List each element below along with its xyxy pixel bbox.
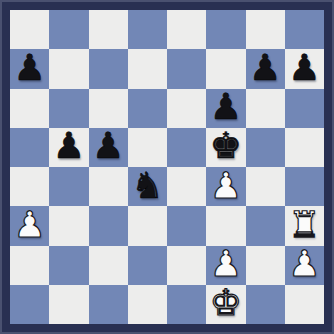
square-b1[interactable] — [49, 285, 88, 324]
square-f4[interactable]: ♟ — [206, 167, 245, 206]
square-b2[interactable] — [49, 246, 88, 285]
white-rook-h3[interactable]: ♜ — [288, 207, 320, 243]
white-pawn-h2[interactable]: ♟ — [288, 246, 320, 282]
square-e2[interactable] — [167, 246, 206, 285]
square-h8[interactable] — [285, 10, 324, 49]
square-f2[interactable]: ♟ — [206, 246, 245, 285]
square-h1[interactable] — [285, 285, 324, 324]
square-b7[interactable] — [49, 49, 88, 88]
square-f8[interactable] — [206, 10, 245, 49]
square-f6[interactable]: ♟ — [206, 89, 245, 128]
square-e8[interactable] — [167, 10, 206, 49]
square-f5[interactable]: ♚ — [206, 128, 245, 167]
square-c7[interactable] — [89, 49, 128, 88]
square-a4[interactable] — [10, 167, 49, 206]
square-a6[interactable] — [10, 89, 49, 128]
square-g6[interactable] — [246, 89, 285, 128]
square-c4[interactable] — [89, 167, 128, 206]
square-a7[interactable]: ♟ — [10, 49, 49, 88]
square-g5[interactable] — [246, 128, 285, 167]
square-d8[interactable] — [128, 10, 167, 49]
black-pawn-h7[interactable]: ♟ — [288, 50, 320, 86]
square-b6[interactable] — [49, 89, 88, 128]
square-d3[interactable] — [128, 206, 167, 245]
square-e3[interactable] — [167, 206, 206, 245]
square-f3[interactable] — [206, 206, 245, 245]
black-pawn-g7[interactable]: ♟ — [249, 50, 281, 86]
white-pawn-a3[interactable]: ♟ — [13, 207, 45, 243]
square-f1[interactable]: ♚ — [206, 285, 245, 324]
square-h3[interactable]: ♜ — [285, 206, 324, 245]
square-h4[interactable] — [285, 167, 324, 206]
square-h7[interactable]: ♟ — [285, 49, 324, 88]
square-e4[interactable] — [167, 167, 206, 206]
board-frame: ♟♟♟♟♟♟♚♞♟♟♜♟♟♚ — [0, 0, 334, 334]
square-d4[interactable]: ♞ — [128, 167, 167, 206]
square-b4[interactable] — [49, 167, 88, 206]
white-pawn-f2[interactable]: ♟ — [210, 246, 242, 282]
square-f7[interactable] — [206, 49, 245, 88]
square-g3[interactable] — [246, 206, 285, 245]
square-b8[interactable] — [49, 10, 88, 49]
square-a8[interactable] — [10, 10, 49, 49]
square-b3[interactable] — [49, 206, 88, 245]
square-e7[interactable] — [167, 49, 206, 88]
black-pawn-a7[interactable]: ♟ — [13, 50, 45, 86]
square-e1[interactable] — [167, 285, 206, 324]
black-king-f5[interactable]: ♚ — [210, 128, 242, 164]
square-a3[interactable]: ♟ — [10, 206, 49, 245]
square-h6[interactable] — [285, 89, 324, 128]
square-d5[interactable] — [128, 128, 167, 167]
square-e5[interactable] — [167, 128, 206, 167]
square-b5[interactable]: ♟ — [49, 128, 88, 167]
square-d1[interactable] — [128, 285, 167, 324]
square-a5[interactable] — [10, 128, 49, 167]
square-g4[interactable] — [246, 167, 285, 206]
black-pawn-b5[interactable]: ♟ — [53, 128, 85, 164]
square-c8[interactable] — [89, 10, 128, 49]
square-h2[interactable]: ♟ — [285, 246, 324, 285]
black-knight-d4[interactable]: ♞ — [131, 168, 163, 204]
black-pawn-f6[interactable]: ♟ — [210, 89, 242, 125]
square-g8[interactable] — [246, 10, 285, 49]
square-g7[interactable]: ♟ — [246, 49, 285, 88]
square-c2[interactable] — [89, 246, 128, 285]
square-c5[interactable]: ♟ — [89, 128, 128, 167]
chess-board: ♟♟♟♟♟♟♚♞♟♟♜♟♟♚ — [10, 10, 324, 324]
square-d2[interactable] — [128, 246, 167, 285]
square-c3[interactable] — [89, 206, 128, 245]
square-g2[interactable] — [246, 246, 285, 285]
square-e6[interactable] — [167, 89, 206, 128]
square-a1[interactable] — [10, 285, 49, 324]
black-pawn-c5[interactable]: ♟ — [92, 128, 124, 164]
square-d7[interactable] — [128, 49, 167, 88]
square-d6[interactable] — [128, 89, 167, 128]
square-a2[interactable] — [10, 246, 49, 285]
square-h5[interactable] — [285, 128, 324, 167]
square-g1[interactable] — [246, 285, 285, 324]
white-king-f1[interactable]: ♚ — [210, 285, 242, 321]
square-c1[interactable] — [89, 285, 128, 324]
white-pawn-f4[interactable]: ♟ — [210, 168, 242, 204]
square-c6[interactable] — [89, 89, 128, 128]
